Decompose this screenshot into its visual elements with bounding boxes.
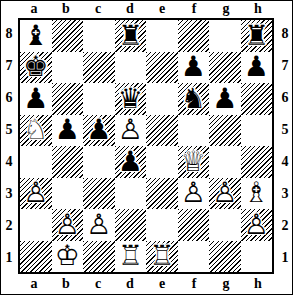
piece-glyph-outline: ♖ — [115, 241, 147, 273]
black-pawn[interactable]: ♟ — [20, 83, 52, 115]
square-h5[interactable] — [241, 115, 273, 147]
file-label-e-top: e — [146, 1, 178, 17]
square-a8[interactable]: ♝ — [20, 20, 52, 52]
square-g1[interactable] — [209, 241, 241, 273]
square-a2[interactable] — [20, 209, 52, 241]
square-g6[interactable]: ♟ — [209, 83, 241, 115]
black-bishop[interactable]: ♝ — [20, 20, 52, 52]
square-f4[interactable]: ♛♕ — [178, 146, 210, 178]
file-label-g-bottom: g — [210, 276, 242, 292]
piece-glyph-outline: ♙ — [52, 209, 84, 241]
square-g4[interactable] — [209, 146, 241, 178]
square-h1[interactable] — [241, 241, 273, 273]
rank-labels-left: 87654321 — [2, 18, 16, 274]
white-pawn[interactable]: ♟♙ — [20, 178, 52, 210]
file-label-f-bottom: f — [178, 276, 210, 292]
piece-glyph: ♞ — [178, 83, 210, 115]
black-rook[interactable]: ♜ — [241, 20, 273, 52]
square-b4[interactable] — [52, 146, 84, 178]
square-a7[interactable]: ♚ — [20, 52, 52, 84]
piece-glyph: ♟ — [115, 146, 147, 178]
square-h7[interactable]: ♟ — [241, 52, 273, 84]
file-labels-top: abcdefgh — [18, 1, 274, 17]
square-d3[interactable] — [115, 178, 147, 210]
square-b8[interactable] — [52, 20, 84, 52]
square-d5[interactable]: ♟♙ — [115, 115, 147, 147]
black-pawn[interactable]: ♟ — [52, 115, 84, 147]
piece-glyph-outline: ♕ — [178, 146, 210, 178]
piece-glyph-outline: ♙ — [209, 178, 241, 210]
square-f1[interactable] — [178, 241, 210, 273]
file-label-h-top: h — [242, 1, 274, 17]
piece-glyph-outline: ♙ — [20, 178, 52, 210]
rank-label-4-left: 4 — [2, 146, 16, 178]
square-d4[interactable]: ♟ — [115, 146, 147, 178]
piece-glyph: ♜ — [115, 20, 147, 52]
file-label-a-bottom: a — [18, 276, 50, 292]
board[interactable]: ♝♜♜♚♟♟♟♛♞♟♞♘♟♟♟♙♟♛♕♟♙♟♙♟♙♝♗♟♙♟♙♟♙♚♔♜♖♜♖ — [18, 18, 274, 274]
square-d6[interactable]: ♛ — [115, 83, 147, 115]
piece-glyph: ♟ — [178, 52, 210, 84]
file-label-e-bottom: e — [146, 276, 178, 292]
piece-glyph-outline: ♙ — [83, 209, 115, 241]
rank-label-7-right: 7 — [278, 50, 292, 82]
black-queen[interactable]: ♛ — [115, 83, 147, 115]
square-a5[interactable]: ♞♘ — [20, 115, 52, 147]
square-f3[interactable]: ♟♙ — [178, 178, 210, 210]
square-d1[interactable]: ♜♖ — [115, 241, 147, 273]
file-label-c-bottom: c — [82, 276, 114, 292]
file-label-g-top: g — [210, 1, 242, 17]
white-bishop[interactable]: ♝♗ — [241, 178, 273, 210]
black-pawn[interactable]: ♟ — [241, 52, 273, 84]
piece-glyph-outline: ♖ — [146, 241, 178, 273]
file-label-d-bottom: d — [114, 276, 146, 292]
square-c1[interactable] — [83, 241, 115, 273]
square-d7[interactable] — [115, 52, 147, 84]
white-pawn[interactable]: ♟♙ — [83, 209, 115, 241]
piece-glyph: ♝ — [20, 20, 52, 52]
black-knight[interactable]: ♞ — [178, 83, 210, 115]
square-d8[interactable]: ♜ — [115, 20, 147, 52]
file-label-a-top: a — [18, 1, 50, 17]
square-c6[interactable] — [83, 83, 115, 115]
square-b5[interactable]: ♟ — [52, 115, 84, 147]
square-e5[interactable] — [146, 115, 178, 147]
white-pawn[interactable]: ♟♙ — [241, 209, 273, 241]
file-label-f-top: f — [178, 1, 210, 17]
square-h2[interactable]: ♟♙ — [241, 209, 273, 241]
square-h4[interactable] — [241, 146, 273, 178]
square-e3[interactable] — [146, 178, 178, 210]
file-label-c-top: c — [82, 1, 114, 17]
rank-label-6-right: 6 — [278, 82, 292, 114]
file-label-b-bottom: b — [50, 276, 82, 292]
square-f5[interactable] — [178, 115, 210, 147]
square-a3[interactable]: ♟♙ — [20, 178, 52, 210]
piece-glyph: ♟ — [52, 115, 84, 147]
square-g7[interactable] — [209, 52, 241, 84]
rank-label-5-left: 5 — [2, 114, 16, 146]
file-label-b-top: b — [50, 1, 82, 17]
rank-label-3-right: 3 — [278, 178, 292, 210]
rank-label-1-right: 1 — [278, 242, 292, 274]
square-h8[interactable]: ♜ — [241, 20, 273, 52]
square-b6[interactable] — [52, 83, 84, 115]
black-pawn[interactable]: ♟ — [115, 146, 147, 178]
rank-label-4-right: 4 — [278, 146, 292, 178]
piece-glyph: ♟ — [20, 83, 52, 115]
file-label-d-top: d — [114, 1, 146, 17]
square-b7[interactable] — [52, 52, 84, 84]
black-pawn[interactable]: ♟ — [209, 83, 241, 115]
piece-glyph-outline: ♘ — [20, 115, 52, 147]
white-pawn[interactable]: ♟♙ — [52, 209, 84, 241]
file-labels-bottom: abcdefgh — [18, 276, 274, 292]
square-f7[interactable]: ♟ — [178, 52, 210, 84]
white-pawn[interactable]: ♟♙ — [209, 178, 241, 210]
black-pawn[interactable]: ♟ — [83, 115, 115, 147]
piece-glyph-outline: ♙ — [115, 115, 147, 147]
white-rook[interactable]: ♜♖ — [115, 241, 147, 273]
rank-label-8-right: 8 — [278, 18, 292, 50]
rank-label-2-left: 2 — [2, 210, 16, 242]
rank-label-8-left: 8 — [2, 18, 16, 50]
square-a4[interactable] — [20, 146, 52, 178]
square-e8[interactable] — [146, 20, 178, 52]
piece-glyph: ♚ — [20, 52, 52, 84]
square-c7[interactable] — [83, 52, 115, 84]
piece-glyph: ♟ — [209, 83, 241, 115]
rank-labels-right: 87654321 — [278, 18, 292, 274]
white-king[interactable]: ♚♔ — [52, 241, 84, 273]
white-pawn[interactable]: ♟♙ — [115, 115, 147, 147]
white-pawn[interactable]: ♟♙ — [178, 178, 210, 210]
piece-glyph: ♟ — [83, 115, 115, 147]
rank-label-1-left: 1 — [2, 242, 16, 274]
piece-glyph: ♛ — [115, 83, 147, 115]
square-g3[interactable]: ♟♙ — [209, 178, 241, 210]
square-a1[interactable] — [20, 241, 52, 273]
piece-glyph: ♟ — [241, 52, 273, 84]
square-c5[interactable]: ♟ — [83, 115, 115, 147]
square-f8[interactable] — [178, 20, 210, 52]
square-g8[interactable] — [209, 20, 241, 52]
white-rook[interactable]: ♜♖ — [146, 241, 178, 273]
square-e2[interactable] — [146, 209, 178, 241]
rank-label-5-right: 5 — [278, 114, 292, 146]
square-b3[interactable] — [52, 178, 84, 210]
white-knight[interactable]: ♞♘ — [20, 115, 52, 147]
square-f6[interactable]: ♞ — [178, 83, 210, 115]
square-c4[interactable] — [83, 146, 115, 178]
square-d2[interactable] — [115, 209, 147, 241]
square-h6[interactable] — [241, 83, 273, 115]
square-e7[interactable] — [146, 52, 178, 84]
rank-label-3-left: 3 — [2, 178, 16, 210]
piece-glyph: ♜ — [241, 20, 273, 52]
black-pawn[interactable]: ♟ — [178, 52, 210, 84]
square-b2[interactable]: ♟♙ — [52, 209, 84, 241]
chess-diagram: abcdefgh 87654321 ♝♜♜♚♟♟♟♛♞♟♞♘♟♟♟♙♟♛♕♟♙♟… — [0, 0, 293, 295]
piece-glyph-outline: ♔ — [52, 241, 84, 273]
square-g2[interactable] — [209, 209, 241, 241]
square-f2[interactable] — [178, 209, 210, 241]
piece-glyph-outline: ♙ — [178, 178, 210, 210]
black-king[interactable]: ♚ — [20, 52, 52, 84]
square-e1[interactable]: ♜♖ — [146, 241, 178, 273]
square-g5[interactable] — [209, 115, 241, 147]
square-h3[interactable]: ♝♗ — [241, 178, 273, 210]
square-e4[interactable] — [146, 146, 178, 178]
piece-glyph-outline: ♗ — [241, 178, 273, 210]
square-e6[interactable] — [146, 83, 178, 115]
rank-label-2-right: 2 — [278, 210, 292, 242]
piece-glyph-outline: ♙ — [241, 209, 273, 241]
square-b1[interactable]: ♚♔ — [52, 241, 84, 273]
rank-label-6-left: 6 — [2, 82, 16, 114]
square-a6[interactable]: ♟ — [20, 83, 52, 115]
square-c3[interactable] — [83, 178, 115, 210]
white-queen[interactable]: ♛♕ — [178, 146, 210, 178]
file-label-h-bottom: h — [242, 276, 274, 292]
square-c8[interactable] — [83, 20, 115, 52]
square-c2[interactable]: ♟♙ — [83, 209, 115, 241]
black-rook[interactable]: ♜ — [115, 20, 147, 52]
rank-label-7-left: 7 — [2, 50, 16, 82]
